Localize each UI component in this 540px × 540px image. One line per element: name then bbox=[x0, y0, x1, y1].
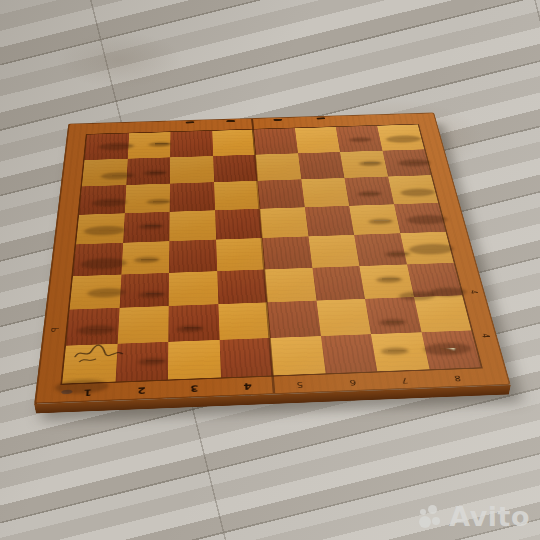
white-pawn-glyph: ♟ bbox=[364, 307, 411, 354]
square-c4-r3 bbox=[217, 269, 267, 304]
square-c4-r4 bbox=[216, 238, 265, 271]
hinge bbox=[273, 119, 282, 121]
photo-of-chess-set: 12345678Ь44 ♜♞♝♛♚♝♞♜♟♟♟♟♟♟♟♟♟♟♟♟♟♟♟♟♜♞♝♛… bbox=[0, 0, 540, 540]
square-c6-r4 bbox=[308, 235, 359, 268]
coordinate-label-5: 5 bbox=[297, 380, 304, 388]
square-c5-r1 bbox=[270, 336, 325, 376]
coordinate-label-1: 1 bbox=[83, 388, 92, 397]
perspective-scene: 12345678Ь44 ♜♞♝♛♚♝♞♜♟♟♟♟♟♟♟♟♟♟♟♟♟♟♟♟♜♞♝♛… bbox=[68, 62, 468, 462]
black-pawn-glyph: ♟ bbox=[122, 317, 169, 365]
hinge bbox=[317, 117, 326, 119]
hinge bbox=[226, 120, 235, 122]
coordinate-label-4: 4 bbox=[243, 382, 252, 391]
square-c6-r3 bbox=[312, 266, 365, 301]
coordinate-label-6: 6 bbox=[349, 378, 357, 386]
avito-logo-icon bbox=[419, 505, 443, 529]
square-c5-r3 bbox=[264, 268, 316, 303]
board-viewport: 12345678Ь44 ♜♞♝♛♚♝♞♜♟♟♟♟♟♟♟♟♟♟♟♟♟♟♟♟♜♞♝♛… bbox=[68, 62, 468, 462]
square-c4-r2 bbox=[218, 302, 270, 339]
hinge bbox=[186, 121, 195, 123]
square-c4-r1 bbox=[219, 338, 273, 378]
square-c3-r4 bbox=[169, 240, 217, 273]
coordinate-label-3: 3 bbox=[190, 384, 198, 393]
coordinate-label-7: 7 bbox=[401, 376, 409, 384]
watermark-text: Avito bbox=[449, 501, 530, 532]
coordinate-label-8: 8 bbox=[453, 374, 461, 382]
chess-board: 12345678Ь44 ♜♞♝♛♚♝♞♜♟♟♟♟♟♟♟♟♟♟♟♟♟♟♟♟♜♞♝♛… bbox=[34, 113, 511, 404]
black-rook-glyph: ♜ bbox=[29, 297, 121, 390]
square-c3-r1 bbox=[168, 340, 221, 380]
right-edge-label: 4 bbox=[480, 333, 491, 338]
ink-smudge bbox=[61, 390, 73, 395]
square-c5-r2 bbox=[267, 301, 320, 338]
avito-watermark: Avito bbox=[419, 501, 530, 532]
square-c5-r4 bbox=[262, 236, 312, 269]
coordinate-label-2: 2 bbox=[137, 386, 146, 395]
